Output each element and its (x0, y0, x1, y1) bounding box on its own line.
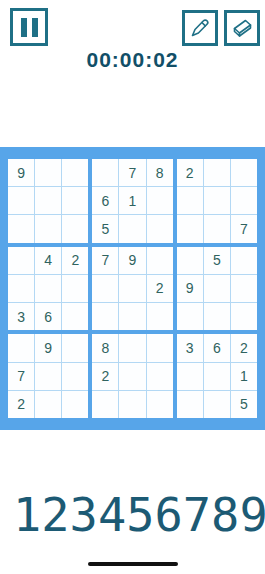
sudoku-box-4: 4236 (8, 247, 88, 331)
cell-r6c7[interactable] (177, 303, 203, 330)
pause-icon (21, 18, 27, 37)
cell-r6c4[interactable] (92, 303, 118, 330)
cell-r6c6[interactable] (147, 303, 173, 330)
cell-r1c5[interactable]: 7 (119, 159, 145, 186)
cell-r1c4[interactable] (92, 159, 118, 186)
cell-r6c8[interactable] (204, 303, 230, 330)
sudoku-box-3: 27 (177, 159, 257, 243)
cell-r1c9[interactable] (231, 159, 257, 186)
cell-r9c3[interactable] (62, 391, 88, 418)
cell-r6c3[interactable] (62, 303, 88, 330)
cell-r4c8[interactable]: 5 (204, 247, 230, 274)
cell-r2c8[interactable] (204, 187, 230, 214)
cell-r9c6[interactable] (147, 391, 173, 418)
cell-r5c3[interactable] (62, 275, 88, 302)
numpad-4[interactable]: 4 (98, 487, 126, 543)
home-indicator (88, 562, 178, 566)
cell-r9c5[interactable] (119, 391, 145, 418)
cell-r9c7[interactable] (177, 391, 203, 418)
cell-r3c8[interactable] (204, 215, 230, 242)
cell-r3c1[interactable] (8, 215, 34, 242)
cell-r9c1[interactable]: 2 (8, 391, 34, 418)
numpad-2[interactable]: 2 (41, 487, 69, 543)
cell-r1c8[interactable] (204, 159, 230, 186)
cell-r7c1[interactable] (8, 334, 34, 361)
cell-r5c8[interactable] (204, 275, 230, 302)
cell-r4c9[interactable] (231, 247, 257, 274)
cell-r1c3[interactable] (62, 159, 88, 186)
cell-r4c4[interactable]: 7 (92, 247, 118, 274)
numpad-7[interactable]: 7 (183, 487, 211, 543)
cell-r2c7[interactable] (177, 187, 203, 214)
pause-button[interactable] (10, 8, 48, 46)
cell-r5c6[interactable]: 2 (147, 275, 173, 302)
cell-r3c5[interactable] (119, 215, 145, 242)
sudoku-box-9: 36215 (177, 334, 257, 418)
sudoku-box-8: 82 (92, 334, 172, 418)
cell-r6c9[interactable] (231, 303, 257, 330)
cell-r1c7[interactable]: 2 (177, 159, 203, 186)
eraser-button[interactable] (224, 10, 260, 46)
cell-r2c6[interactable] (147, 187, 173, 214)
pencil-notes-button[interactable] (182, 10, 218, 46)
sudoku-box-5: 792 (92, 247, 172, 331)
cell-r8c3[interactable] (62, 363, 88, 390)
cell-r4c2[interactable]: 4 (35, 247, 61, 274)
cell-r4c3[interactable]: 2 (62, 247, 88, 274)
sudoku-box-1: 9 (8, 159, 88, 243)
cell-r1c1[interactable]: 9 (8, 159, 34, 186)
cell-r6c2[interactable]: 6 (35, 303, 61, 330)
cell-r8c1[interactable]: 7 (8, 363, 34, 390)
cell-r5c7[interactable]: 9 (177, 275, 203, 302)
cell-r3c9[interactable]: 7 (231, 215, 257, 242)
number-pad: 123456789 (0, 487, 265, 543)
cell-r8c4[interactable]: 2 (92, 363, 118, 390)
cell-r8c6[interactable] (147, 363, 173, 390)
eraser-icon (230, 16, 254, 40)
cell-r4c1[interactable] (8, 247, 34, 274)
cell-r2c4[interactable]: 6 (92, 187, 118, 214)
numpad-8[interactable]: 8 (211, 487, 239, 543)
cell-r8c7[interactable] (177, 363, 203, 390)
cell-r8c8[interactable] (204, 363, 230, 390)
numpad-3[interactable]: 3 (70, 487, 98, 543)
timer: 00:00:02 (0, 48, 265, 72)
cell-r3c4[interactable]: 5 (92, 215, 118, 242)
sudoku-box-6: 59 (177, 247, 257, 331)
cell-r5c9[interactable] (231, 275, 257, 302)
cell-r7c7[interactable]: 3 (177, 334, 203, 361)
cell-r7c4[interactable]: 8 (92, 334, 118, 361)
cell-r3c7[interactable] (177, 215, 203, 242)
cell-r9c2[interactable] (35, 391, 61, 418)
sudoku-box-7: 972 (8, 334, 88, 418)
cell-r9c4[interactable] (92, 391, 118, 418)
cell-r1c6[interactable]: 8 (147, 159, 173, 186)
pause-icon (32, 18, 38, 37)
cell-r1c2[interactable] (35, 159, 61, 186)
numpad-5[interactable]: 5 (126, 487, 154, 543)
cell-r5c2[interactable] (35, 275, 61, 302)
cell-r9c8[interactable] (204, 391, 230, 418)
cell-r6c5[interactable] (119, 303, 145, 330)
cell-r3c2[interactable] (35, 215, 61, 242)
cell-r8c2[interactable] (35, 363, 61, 390)
sudoku-board: 978615274236792599728236215 (0, 147, 265, 430)
sudoku-box-2: 78615 (92, 159, 172, 243)
cell-r4c7[interactable] (177, 247, 203, 274)
cell-r5c4[interactable] (92, 275, 118, 302)
numpad-1[interactable]: 1 (13, 487, 41, 543)
cell-r9c9[interactable]: 5 (231, 391, 257, 418)
cell-r7c5[interactable] (119, 334, 145, 361)
cell-r2c3[interactable] (62, 187, 88, 214)
numpad-6[interactable]: 6 (154, 487, 182, 543)
cell-r7c8[interactable]: 6 (204, 334, 230, 361)
cell-r8c5[interactable] (119, 363, 145, 390)
cell-r4c6[interactable] (147, 247, 173, 274)
cell-r5c5[interactable] (119, 275, 145, 302)
cell-r8c9[interactable]: 1 (231, 363, 257, 390)
numpad-9[interactable]: 9 (239, 487, 265, 543)
cell-r7c6[interactable] (147, 334, 173, 361)
cell-r7c2[interactable]: 9 (35, 334, 61, 361)
cell-r7c9[interactable]: 2 (231, 334, 257, 361)
cell-r5c1[interactable] (8, 275, 34, 302)
cell-r6c1[interactable]: 3 (8, 303, 34, 330)
cell-r3c6[interactable] (147, 215, 173, 242)
cell-r2c9[interactable] (231, 187, 257, 214)
cell-r2c5[interactable]: 1 (119, 187, 145, 214)
cell-r2c2[interactable] (35, 187, 61, 214)
pencil-icon (188, 16, 212, 40)
cell-r7c3[interactable] (62, 334, 88, 361)
cell-r3c3[interactable] (62, 215, 88, 242)
cell-r2c1[interactable] (8, 187, 34, 214)
cell-r4c5[interactable]: 9 (119, 247, 145, 274)
